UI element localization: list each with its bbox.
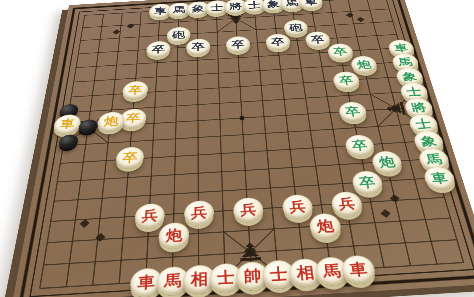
piece-south-炮[interactable]: 炮 bbox=[308, 213, 342, 241]
black-disc-piece[interactable] bbox=[78, 119, 98, 134]
piece-east-卒[interactable]: 卒 bbox=[344, 134, 376, 157]
piece-glyph: 卒 bbox=[231, 39, 245, 49]
piece-south-兵[interactable]: 兵 bbox=[281, 194, 314, 221]
piece-glyph: 將 bbox=[410, 101, 428, 112]
piece-glyph: 卒 bbox=[344, 106, 361, 118]
piece-glyph: 車 bbox=[348, 261, 368, 278]
piece-west-卒[interactable]: 卒 bbox=[115, 146, 145, 169]
piece-glyph: 卒 bbox=[351, 139, 369, 152]
piece-glyph: 卒 bbox=[122, 151, 138, 164]
piece-north-卒[interactable]: 卒 bbox=[304, 31, 331, 49]
piece-glyph: 馬 bbox=[322, 262, 342, 279]
piece-glyph: 士 bbox=[248, 1, 261, 10]
piece-glyph: 帥 bbox=[243, 267, 261, 284]
piece-glyph: 馬 bbox=[173, 5, 186, 14]
piece-glyph: 象 bbox=[401, 71, 418, 82]
piece-glyph: 馬 bbox=[397, 57, 413, 67]
piece-glyph: 砲 bbox=[289, 23, 303, 32]
piece-glyph: 車 bbox=[304, 0, 318, 6]
piece-glyph: 卒 bbox=[192, 42, 205, 52]
black-disc-piece[interactable] bbox=[58, 134, 79, 150]
piece-glyph: 炮 bbox=[378, 155, 396, 168]
piece-glyph: 兵 bbox=[141, 208, 158, 223]
piece-glyph: 象 bbox=[419, 135, 438, 147]
piece-glyph: 馬 bbox=[424, 152, 443, 165]
piece-north-卒[interactable]: 卒 bbox=[265, 33, 291, 51]
piece-glyph: 炮 bbox=[103, 115, 119, 127]
pieces-layer: 車馬象士將士象馬車砲砲卒卒卒卒卒兵兵兵兵兵炮炮車馬相士帥士相馬車車馬象士將士象馬… bbox=[10, 0, 474, 297]
piece-glyph: 士 bbox=[269, 266, 288, 283]
piece-east-卒[interactable]: 卒 bbox=[338, 101, 369, 122]
piece-north-砲[interactable]: 砲 bbox=[283, 19, 309, 36]
piece-west-卒[interactable]: 卒 bbox=[122, 81, 149, 101]
piece-west-車[interactable]: 車 bbox=[52, 114, 82, 135]
piece-north-車[interactable]: 車 bbox=[298, 0, 323, 10]
piece-south-兵[interactable]: 兵 bbox=[233, 197, 264, 224]
piece-glyph: 卒 bbox=[152, 44, 166, 54]
piece-glyph: 兵 bbox=[191, 205, 207, 219]
piece-east-炮[interactable]: 炮 bbox=[370, 150, 404, 174]
piece-east-卒[interactable]: 卒 bbox=[326, 43, 354, 61]
piece-glyph: 車 bbox=[154, 6, 167, 15]
piece-north-卒[interactable]: 卒 bbox=[226, 36, 251, 54]
piece-west-炮[interactable]: 炮 bbox=[97, 111, 126, 132]
piece-glyph: 士 bbox=[211, 3, 224, 12]
piece-glyph: 炮 bbox=[165, 227, 182, 242]
piece-glyph: 兵 bbox=[337, 196, 356, 210]
piece-glyph: 馬 bbox=[285, 0, 299, 7]
piece-glyph: 將 bbox=[229, 2, 242, 11]
piece-glyph: 車 bbox=[430, 171, 450, 185]
piece-glyph: 象 bbox=[192, 4, 204, 13]
piece-glyph: 砲 bbox=[172, 30, 185, 39]
piece-glyph: 卒 bbox=[338, 75, 354, 86]
photo-background: 車馬象士將士象馬車砲砲卒卒卒卒卒兵兵兵兵兵炮炮車馬相士帥士相馬車車馬象士將士象馬… bbox=[0, 0, 474, 297]
piece-glyph: 卒 bbox=[310, 34, 325, 44]
piece-south-炮[interactable]: 炮 bbox=[158, 222, 189, 250]
piece-east-卒[interactable]: 卒 bbox=[332, 71, 361, 91]
piece-glyph: 象 bbox=[267, 0, 280, 8]
piece-east-車[interactable]: 車 bbox=[422, 166, 458, 191]
piece-glyph: 卒 bbox=[128, 85, 143, 96]
piece-glyph: 車 bbox=[59, 118, 75, 130]
piece-south-車[interactable]: 車 bbox=[340, 255, 377, 286]
piece-glyph: 卒 bbox=[125, 112, 140, 124]
piece-glyph: 兵 bbox=[240, 202, 257, 216]
piece-glyph: 兵 bbox=[289, 199, 307, 213]
piece-glyph: 士 bbox=[217, 269, 235, 286]
piece-north-卒[interactable]: 卒 bbox=[186, 38, 210, 56]
piece-north-砲[interactable]: 砲 bbox=[166, 26, 190, 43]
piece-glyph: 相 bbox=[191, 270, 209, 287]
piece-north-卒[interactable]: 卒 bbox=[146, 40, 171, 58]
piece-glyph: 卒 bbox=[333, 47, 348, 57]
piece-south-兵[interactable]: 兵 bbox=[184, 200, 214, 227]
piece-glyph: 車 bbox=[393, 43, 409, 53]
piece-glyph: 車 bbox=[137, 274, 155, 291]
piece-glyph: 士 bbox=[414, 118, 432, 130]
piece-east-炮[interactable]: 炮 bbox=[350, 55, 379, 74]
xiangqi-board[interactable]: 車馬象士將士象馬車砲砲卒卒卒卒卒兵兵兵兵兵炮炮車馬相士帥士相馬車車馬象士將士象馬… bbox=[10, 0, 474, 297]
piece-south-兵[interactable]: 兵 bbox=[134, 203, 165, 230]
piece-glyph: 卒 bbox=[271, 37, 285, 47]
piece-glyph: 炮 bbox=[316, 218, 335, 233]
piece-glyph: 卒 bbox=[358, 175, 376, 189]
piece-south-兵[interactable]: 兵 bbox=[330, 191, 364, 217]
piece-glyph: 相 bbox=[296, 264, 315, 281]
piece-glyph: 馬 bbox=[164, 272, 182, 289]
piece-glyph: 士 bbox=[405, 86, 422, 97]
piece-east-卒[interactable]: 卒 bbox=[351, 170, 385, 195]
piece-glyph: 炮 bbox=[356, 59, 372, 69]
